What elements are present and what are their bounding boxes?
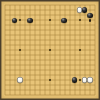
black-stone: [82, 7, 87, 12]
app-window: [0, 0, 100, 100]
goban-intersection-grid[interactable]: [3, 3, 98, 98]
white-stone: [77, 7, 82, 12]
black-stone: [72, 77, 77, 82]
black-stone: [12, 18, 17, 23]
white-stone: [87, 77, 92, 82]
black-stone: [87, 13, 92, 18]
black-stone: [61, 18, 66, 23]
move-marker-dot: [89, 19, 92, 22]
go-board[interactable]: [0, 0, 100, 100]
black-stone: [27, 18, 32, 23]
white-stone: [17, 77, 22, 82]
